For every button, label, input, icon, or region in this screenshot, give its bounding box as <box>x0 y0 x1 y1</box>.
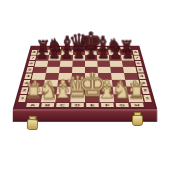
file-label-b: B <box>40 102 56 107</box>
brass-clasp-right-icon <box>132 112 141 125</box>
square-h5[interactable] <box>123 67 137 73</box>
file-label-a: A <box>25 102 41 107</box>
rank-label-right-6: 6 <box>134 61 143 67</box>
product-photo: 8♜♞♝♛♚♝♞♜87♟♟♟♟♟♟♟♟7665544332♟♟♟♟♟♟♟♟21♜… <box>0 0 170 170</box>
file-label-e: E <box>85 102 100 107</box>
piece-black-pawn-h7[interactable]: ♟ <box>114 47 141 60</box>
file-label-d: D <box>70 102 85 107</box>
square-h6[interactable] <box>122 61 136 67</box>
rank-label-left-5: 5 <box>25 67 34 73</box>
brass-clasp-left-icon <box>27 116 36 129</box>
square-a5[interactable] <box>33 67 47 73</box>
square-c6[interactable] <box>60 61 73 67</box>
chess-board: 8♜♞♝♛♚♝♞♜87♟♟♟♟♟♟♟♟7665544332♟♟♟♟♟♟♟♟21♜… <box>13 46 157 109</box>
square-b5[interactable] <box>46 67 60 73</box>
square-h7[interactable]: ♟ <box>121 55 134 61</box>
file-label-h: H <box>129 102 145 107</box>
file-label-g: G <box>114 102 130 107</box>
file-label-f: F <box>100 102 115 107</box>
square-g5[interactable] <box>110 67 124 73</box>
piece-white-rook-h1[interactable]: ♜ <box>120 81 153 101</box>
square-g6[interactable] <box>110 61 123 67</box>
square-b6[interactable] <box>47 61 60 67</box>
rank-label-right-5: 5 <box>136 67 145 73</box>
board-corner-bottom-right <box>144 102 155 107</box>
file-label-c: C <box>55 102 70 107</box>
board-grid: 8♜♞♝♛♚♝♞♜87♟♟♟♟♟♟♟♟7665544332♟♟♟♟♟♟♟♟21♜… <box>15 47 154 108</box>
square-h1[interactable]: ♜ <box>128 94 144 102</box>
board-scene: 8♜♞♝♛♚♝♞♜87♟♟♟♟♟♟♟♟7665544332♟♟♟♟♟♟♟♟21♜… <box>0 0 170 170</box>
